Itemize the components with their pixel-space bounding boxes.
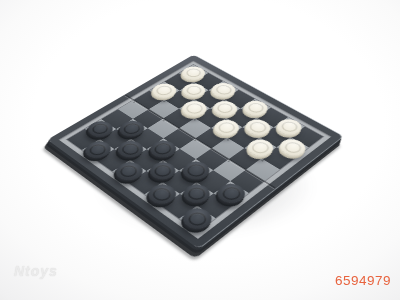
product-code: 6594979 (335, 273, 391, 288)
product-photo: Ntoys 6594979 (0, 0, 400, 300)
watermark: Ntoys (14, 263, 58, 279)
